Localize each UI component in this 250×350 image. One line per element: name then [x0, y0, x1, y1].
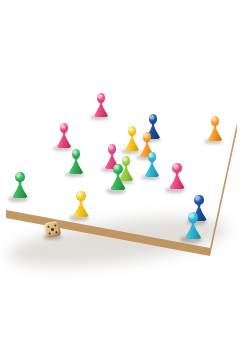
goal-blue-9-5[interactable]: [183, 164, 199, 176]
track-field-circle: [126, 197, 143, 209]
green-pawn[interactable]: [69, 149, 83, 174]
start-blue-circle: [195, 177, 209, 188]
track-field-6-9[interactable]: [125, 196, 144, 210]
pawn-body: [74, 198, 89, 217]
green-pawn[interactable]: [111, 164, 126, 190]
base-green-light-1-9[interactable]: [50, 183, 71, 196]
track-field-circle: [130, 186, 146, 197]
start-orange-circle: [161, 118, 174, 126]
pawn-head: [108, 144, 117, 154]
track-field-circle: [121, 208, 138, 220]
pawn-body: [111, 171, 126, 190]
yellow-pawn[interactable]: [74, 191, 89, 217]
pawn-head: [188, 212, 198, 223]
pink-pawn[interactable]: [94, 93, 108, 117]
pawn-head: [76, 191, 85, 201]
pawn-head: [172, 163, 181, 173]
orange-pawn[interactable]: [208, 116, 222, 141]
track-field-circle: [200, 159, 214, 169]
track-field-circle: [81, 138, 97, 147]
pawn-head: [128, 126, 137, 136]
wooden-die[interactable]: [44, 221, 61, 238]
die-pip: [55, 231, 58, 234]
start-orange-6-0[interactable]: [160, 118, 175, 127]
start-blue-10-6[interactable]: [194, 176, 211, 188]
base-green-dark-circle: [30, 191, 49, 203]
base-green-dark-0-9[interactable]: [36, 180, 57, 193]
pawn-head: [143, 132, 152, 142]
teal-pawn[interactable]: [145, 152, 159, 177]
track-field-circle: [187, 156, 201, 166]
goal-blue-circle: [184, 165, 198, 175]
pawn-head: [60, 123, 69, 133]
pawn-head: [148, 152, 157, 162]
base-green-light-circle: [52, 184, 70, 195]
pawn-body: [13, 179, 28, 198]
start-green-4-10[interactable]: [89, 201, 109, 215]
die-pip: [51, 228, 54, 231]
green-pawn[interactable]: [13, 172, 28, 198]
product-photo-scene: [0, 0, 250, 350]
base-green-light-circle: [45, 194, 64, 206]
base-green-dark-0-10[interactable]: [29, 191, 51, 205]
pawn-head: [211, 116, 220, 126]
start-green-circle: [91, 202, 109, 214]
goal-green-5-9[interactable]: [110, 193, 130, 206]
track-field-circle: [106, 205, 123, 217]
pawn-head: [15, 172, 24, 182]
pawn-head: [113, 164, 122, 174]
track-field-1-4[interactable]: [80, 137, 98, 148]
track-field-6-8[interactable]: [129, 186, 148, 199]
track-field-5-10[interactable]: [104, 204, 124, 218]
pawn-head: [72, 149, 81, 159]
track-field-10-4[interactable]: [199, 158, 215, 169]
pink-pawn[interactable]: [170, 163, 185, 189]
base-green-light-1-10[interactable]: [44, 193, 65, 207]
die-pip: [47, 225, 50, 228]
die-pip: [54, 224, 57, 227]
track-field-9-4[interactable]: [186, 156, 202, 167]
pawn-head: [149, 114, 158, 124]
pawn-head: [194, 195, 203, 205]
track-field-2-6[interactable]: [83, 157, 102, 169]
pawn-body: [170, 170, 185, 189]
base-green-dark-circle: [37, 181, 55, 192]
track-field-circle: [84, 158, 100, 168]
yellow-pawn[interactable]: [125, 126, 139, 151]
pawn-head: [97, 93, 106, 103]
die-pip: [48, 232, 51, 235]
teal-pawn[interactable]: [185, 212, 201, 239]
track-field-circle: [198, 168, 212, 178]
pink-pawn[interactable]: [57, 123, 71, 148]
goal-green-circle: [111, 194, 128, 206]
track-field-10-5[interactable]: [197, 167, 213, 179]
track-field-circle: [160, 152, 174, 162]
goal-pink-circle: [89, 149, 105, 159]
goal-pink-2-5[interactable]: [88, 148, 106, 159]
track-field-7-4[interactable]: [159, 151, 176, 162]
